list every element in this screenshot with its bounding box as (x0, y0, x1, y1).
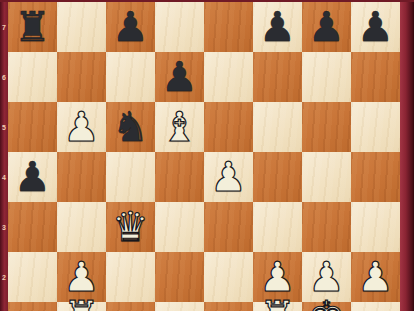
square-e4: ♟ (204, 152, 253, 202)
square-g1: ♚ (302, 302, 351, 311)
black-pawn-a4: ♟ (14, 157, 51, 198)
square-a4: ♟ (8, 152, 57, 202)
square-b4 (57, 152, 106, 202)
square-c2 (106, 252, 155, 302)
square-f1: ♜ (253, 302, 302, 311)
rank-label-5: 5 (0, 102, 8, 152)
rank-label-6: 6 (0, 52, 8, 102)
square-a2 (8, 252, 57, 302)
square-e3 (204, 202, 253, 252)
square-c6 (106, 52, 155, 102)
square-d6: ♟ (155, 52, 204, 102)
black-pawn-d6: ♟ (161, 57, 198, 98)
square-h5 (351, 102, 400, 152)
square-f5 (253, 102, 302, 152)
white-rook-b1: ♜ (63, 296, 100, 311)
rank-label-2: 2 (0, 252, 8, 302)
board-frame-top (0, 0, 414, 2)
black-rook-a7: ♜ (14, 7, 51, 48)
white-pawn-h2: ♟ (357, 257, 394, 298)
square-h6 (351, 52, 400, 102)
rank-label-3: 3 (0, 202, 8, 252)
square-g3 (302, 202, 351, 252)
square-f3 (253, 202, 302, 252)
square-b7 (57, 2, 106, 52)
chessboard: ♜♟♟♟♟♟♟♞♝♟♟♛♟♟♟♟♜♜♚ (8, 2, 400, 311)
square-b1: ♜ (57, 302, 106, 311)
white-bishop-d5: ♝ (161, 107, 198, 148)
square-a1 (8, 302, 57, 311)
square-b3 (57, 202, 106, 252)
square-c4 (106, 152, 155, 202)
square-h7: ♟ (351, 2, 400, 52)
square-e5 (204, 102, 253, 152)
square-e7 (204, 2, 253, 52)
board-frame-right (400, 0, 414, 311)
square-h1 (351, 302, 400, 311)
square-d7 (155, 2, 204, 52)
square-c5: ♞ (106, 102, 155, 152)
square-d1 (155, 302, 204, 311)
square-g5 (302, 102, 351, 152)
square-f7: ♟ (253, 2, 302, 52)
black-pawn-h7: ♟ (357, 7, 394, 48)
square-h4 (351, 152, 400, 202)
square-a5 (8, 102, 57, 152)
white-king-g1: ♚ (308, 296, 345, 311)
black-pawn-g7: ♟ (308, 7, 345, 48)
black-pawn-f7: ♟ (259, 7, 296, 48)
square-h2: ♟ (351, 252, 400, 302)
square-a3 (8, 202, 57, 252)
square-d4 (155, 152, 204, 202)
square-h3 (351, 202, 400, 252)
rank-label-4: 4 (0, 152, 8, 202)
square-e6 (204, 52, 253, 102)
square-e2 (204, 252, 253, 302)
square-a7: ♜ (8, 2, 57, 52)
square-a6 (8, 52, 57, 102)
square-c7: ♟ (106, 2, 155, 52)
rank-label-7: 7 (0, 2, 8, 52)
white-queen-c3: ♛ (112, 207, 149, 248)
square-g4 (302, 152, 351, 202)
black-pawn-c7: ♟ (112, 7, 149, 48)
square-d3 (155, 202, 204, 252)
white-pawn-b5: ♟ (63, 107, 100, 148)
square-f6 (253, 52, 302, 102)
square-g7: ♟ (302, 2, 351, 52)
square-d2 (155, 252, 204, 302)
square-c1 (106, 302, 155, 311)
chess-diagram: ♜♟♟♟♟♟♟♞♝♟♟♛♟♟♟♟♜♜♚ 765432 (0, 0, 414, 311)
white-rook-f1: ♜ (259, 296, 296, 311)
square-b6 (57, 52, 106, 102)
square-b5: ♟ (57, 102, 106, 152)
square-c3: ♛ (106, 202, 155, 252)
square-f4 (253, 152, 302, 202)
square-g6 (302, 52, 351, 102)
black-knight-c5: ♞ (112, 107, 149, 148)
square-d5: ♝ (155, 102, 204, 152)
square-e1 (204, 302, 253, 311)
white-pawn-e4: ♟ (210, 157, 247, 198)
